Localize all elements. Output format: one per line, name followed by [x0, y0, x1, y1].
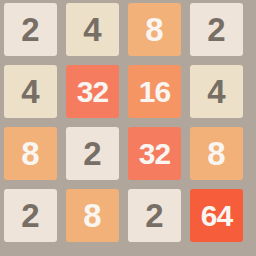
- tile-r1-c4: 2: [190, 3, 243, 56]
- tile-r3-c4: 8: [190, 127, 243, 180]
- tile-r2-c3: 16: [128, 65, 181, 118]
- tile-r3-c1: 8: [4, 127, 57, 180]
- tile-r1-c3: 8: [128, 3, 181, 56]
- tile-r2-c1: 4: [4, 65, 57, 118]
- tile-r2-c4: 4: [190, 65, 243, 118]
- tile-r4-c1: 2: [4, 189, 57, 242]
- tile-r4-c2: 8: [66, 189, 119, 242]
- tile-r1-c2: 4: [66, 3, 119, 56]
- tile-r4-c3: 2: [128, 189, 181, 242]
- 2048-board[interactable]: 2 4 8 2 4 32 16 4 8 2 32 8 2 8 2 64: [0, 0, 256, 256]
- tile-r2-c2: 32: [66, 65, 119, 118]
- tile-r1-c1: 2: [4, 3, 57, 56]
- tile-r4-c4: 64: [190, 189, 243, 242]
- tile-r3-c2: 2: [66, 127, 119, 180]
- tile-r3-c3: 32: [128, 127, 181, 180]
- tile-grid: 2 4 8 2 4 32 16 4 8 2 32 8 2 8 2 64: [4, 3, 243, 242]
